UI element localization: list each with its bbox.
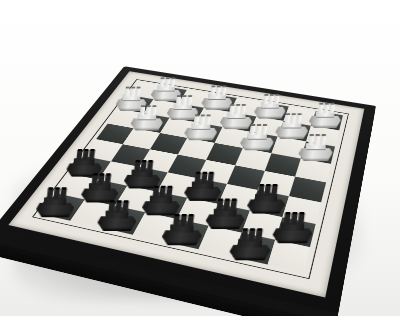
ship-funnel (210, 86, 216, 96)
ship-funnel (329, 103, 335, 113)
piece-black-g1[interactable] (233, 233, 276, 265)
ship-funnel (283, 212, 290, 225)
white-ship-piece-icon (184, 114, 217, 140)
ship-funnel (262, 94, 268, 104)
ship-funnel (290, 212, 297, 225)
black-ship-piece-icon (247, 184, 285, 214)
ship-funnel (135, 87, 141, 97)
piece-black-h2[interactable] (275, 217, 315, 247)
ship-funnel (223, 198, 230, 211)
ship-funnel (140, 160, 147, 172)
ship-funnel (308, 134, 314, 145)
ship-funnel (230, 198, 237, 211)
photo-background (0, 0, 400, 316)
piece-white-f6[interactable] (243, 132, 278, 153)
ship-funnel (152, 186, 159, 198)
ship-funnel (264, 184, 271, 196)
ship-funnel (297, 212, 304, 225)
ship-funnel (98, 173, 105, 185)
black-ship-piece-icon (273, 212, 313, 243)
ship-funnel (172, 214, 179, 227)
black-ship-piece-icon (162, 214, 202, 246)
ship-funnel (199, 114, 205, 125)
square-f6 (243, 132, 278, 153)
black-ship-piece-icon (124, 160, 160, 189)
ship-funnel (248, 228, 256, 241)
black-ship-piece-icon (81, 173, 118, 202)
ship-funnel (104, 173, 111, 185)
ship-funnel (284, 113, 290, 124)
ship-funnel (165, 186, 172, 198)
ship-funnel (151, 105, 157, 115)
black-ship-piece-icon (184, 172, 221, 201)
ship-funnel (314, 134, 320, 145)
ship-funnel (228, 104, 234, 114)
piece-white-h6[interactable] (301, 142, 335, 164)
ship-funnel (53, 187, 60, 199)
square-h5 (295, 158, 331, 182)
ship-funnel (170, 77, 176, 87)
ship-funnel (255, 124, 261, 135)
scene (54, 9, 359, 314)
square-a5 (96, 124, 134, 145)
ship-funnel (159, 186, 166, 198)
white-ship-piece-icon (131, 105, 163, 130)
ship-funnel (205, 114, 211, 125)
square-h1 (268, 240, 310, 273)
ship-funnel (186, 95, 192, 105)
ship-funnel (76, 149, 83, 160)
ship-funnel (82, 149, 89, 160)
white-ship-piece-icon (299, 134, 333, 161)
ship-funnel (290, 113, 296, 124)
ship-funnel (194, 172, 201, 184)
square-h8 (311, 111, 343, 131)
ship-funnel (122, 200, 129, 213)
ship-funnel (88, 149, 95, 160)
ship-funnel (271, 184, 278, 196)
black-ship-piece-icon (98, 200, 137, 231)
ship-funnel (261, 124, 267, 135)
ship-funnel (139, 105, 145, 115)
ship-funnel (216, 198, 223, 211)
ship-funnel (257, 184, 264, 196)
black-ship-piece-icon (230, 228, 271, 260)
black-ship-piece-icon (36, 187, 74, 217)
square-h2 (275, 217, 315, 247)
ship-funnel (115, 200, 122, 213)
black-ship-piece-icon (206, 198, 245, 229)
square-e5 (206, 143, 243, 165)
ship-funnel (296, 113, 302, 124)
ship-funnel (193, 114, 199, 125)
ship-funnel (60, 187, 67, 199)
ship-funnel (179, 214, 186, 227)
square-g1 (233, 233, 276, 265)
ship-funnel (255, 228, 263, 241)
ship-funnel (91, 173, 98, 185)
ship-funnel (207, 172, 214, 184)
square-f5 (235, 148, 271, 171)
ship-funnel (249, 124, 255, 135)
game-box-tray (0, 66, 376, 314)
ship-funnel (320, 134, 326, 145)
ship-funnel (240, 104, 246, 114)
black-ship-piece-icon (142, 186, 180, 216)
ship-funnel (221, 86, 227, 96)
ship-funnel (159, 77, 165, 87)
ship-funnel (133, 160, 140, 172)
white-ship-piece-icon (240, 124, 273, 151)
ship-funnel (240, 228, 248, 241)
ship-funnel (274, 94, 280, 104)
square-h6 (301, 142, 335, 164)
piece-white-h8[interactable] (311, 111, 343, 131)
ship-funnel (46, 187, 53, 199)
ship-funnel (108, 200, 115, 213)
ship-funnel (175, 95, 181, 105)
ship-funnel (124, 87, 130, 97)
ship-funnel (187, 214, 194, 227)
ship-funnel (317, 103, 323, 113)
ship-funnel (200, 172, 207, 184)
ship-funnel (146, 160, 153, 172)
white-ship-piece-icon (309, 103, 341, 128)
